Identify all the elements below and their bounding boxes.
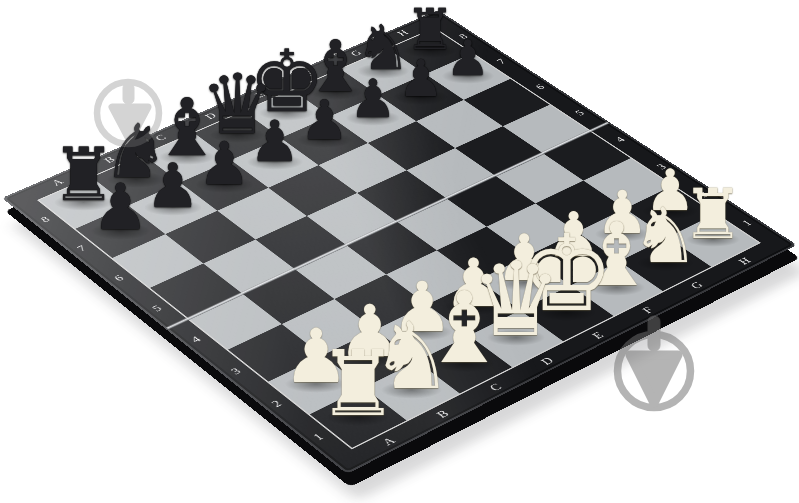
piece-black-pawn-f7: ♟ xyxy=(320,73,426,126)
piece-white-pawn-d2: ♟ xyxy=(407,250,540,316)
piece-black-knight-b8: ♞ xyxy=(61,115,210,190)
file-label-far-e: E xyxy=(253,90,268,99)
file-label-far-f: F xyxy=(301,70,315,78)
piece-shadow xyxy=(495,274,554,291)
piece-black-queen-d8: ♛ xyxy=(154,63,320,146)
piece-shadow xyxy=(345,110,401,126)
square-h2 xyxy=(625,186,715,238)
square-c5 xyxy=(256,216,347,269)
board-drop-shadow-shape xyxy=(12,37,799,501)
file-label-near-f: F xyxy=(640,305,656,315)
square-c7 xyxy=(180,160,268,211)
piece-shadow xyxy=(308,84,364,100)
rank-label-left-3: 3 xyxy=(228,366,243,376)
square-a7 xyxy=(75,205,165,258)
piece-white-king-e1: ♚ xyxy=(461,221,673,327)
square-h1 xyxy=(668,214,759,267)
rank-label-left-8: 8 xyxy=(38,215,52,224)
square-d4 xyxy=(346,221,437,274)
piece-black-rook-a8: ♜ xyxy=(11,139,157,212)
square-h7 xyxy=(425,53,510,99)
square-e2 xyxy=(478,256,570,311)
square-b7 xyxy=(128,183,217,235)
piece-white-pawn-f2: ♟ xyxy=(512,205,635,267)
square-b8 xyxy=(92,155,180,205)
square-f7 xyxy=(330,95,416,143)
rank-label-right-2: 2 xyxy=(696,190,711,199)
piece-shadow xyxy=(434,355,496,372)
piece-black-pawn-c7: ♟ xyxy=(165,134,283,193)
file-label-far-d: D xyxy=(203,111,219,121)
rank-label-right-6: 6 xyxy=(533,83,547,91)
piece-shadow xyxy=(158,149,217,166)
piece-shadow xyxy=(246,154,304,170)
square-g2 xyxy=(577,209,668,262)
square-b3 xyxy=(282,299,375,355)
piece-shadow xyxy=(90,222,151,239)
square-g6 xyxy=(416,100,503,148)
piece-shadow xyxy=(356,63,411,78)
piece-shadow xyxy=(642,203,698,219)
square-g8 xyxy=(341,49,426,95)
piece-white-pawn-h2: ♟ xyxy=(613,162,727,219)
piece-shadow xyxy=(403,43,457,58)
board-side-edge-shape xyxy=(5,23,799,487)
piece-shadow xyxy=(637,255,694,271)
rank-label-left-7: 7 xyxy=(75,244,89,253)
square-g4 xyxy=(495,153,584,203)
square-f2 xyxy=(528,232,619,286)
square-a4 xyxy=(189,293,282,349)
square-b6 xyxy=(165,211,255,264)
square-b2 xyxy=(322,330,417,388)
square-d5 xyxy=(307,193,397,245)
file-label-near-b: B xyxy=(434,408,452,420)
square-e3 xyxy=(437,227,528,280)
rank-label-left-5: 5 xyxy=(150,304,165,314)
square-e8 xyxy=(244,90,330,138)
piece-black-pawn-a7: ♟ xyxy=(57,176,185,240)
piece-white-queen-d1: ♛ xyxy=(413,249,618,352)
piece-shadow xyxy=(587,279,645,296)
board-frame: AABBCCDDEEFFGGHH1122334455667788 xyxy=(2,10,797,474)
piece-white-pawn-b2: ♟ xyxy=(298,296,441,368)
board-drop-shadow xyxy=(10,27,799,503)
square-g1 xyxy=(619,237,711,291)
square-f8 xyxy=(293,69,378,116)
piece-white-pawn-g2: ♟ xyxy=(563,183,682,242)
square-e5 xyxy=(357,170,446,221)
rank-label-right-4: 4 xyxy=(613,135,628,144)
file-label-far-a: A xyxy=(50,177,66,187)
rank-label-right-7: 7 xyxy=(494,57,508,65)
file-label-near-h: H xyxy=(736,256,754,267)
square-d1 xyxy=(469,310,563,367)
file-label-far-c: C xyxy=(153,133,169,142)
piece-white-pawn-e2: ♟ xyxy=(460,227,588,291)
piece-shadow xyxy=(444,298,504,315)
piece-shadow xyxy=(486,329,547,346)
piece-black-pawn-g7: ♟ xyxy=(370,53,472,104)
square-e6 xyxy=(319,143,407,193)
piece-shadow xyxy=(53,194,114,211)
square-d6 xyxy=(268,165,357,216)
square-c2 xyxy=(375,305,469,362)
rank-label-right-8: 8 xyxy=(457,32,471,40)
piece-shadow xyxy=(545,250,603,266)
square-e7 xyxy=(281,116,368,165)
square-b5 xyxy=(203,240,294,294)
piece-black-bishop-f8: ♝ xyxy=(264,31,406,102)
store-logo-watermark-icon xyxy=(618,316,691,408)
piece-shadow xyxy=(391,323,452,340)
product-photo-chess-set: AABBCCDDEEFFGGHH1122334455667788 ♜♞♝♛♚♝♞… xyxy=(0,0,799,503)
file-label-far-g: G xyxy=(348,49,364,58)
square-a8 xyxy=(39,177,128,228)
rank-label-right-1: 1 xyxy=(740,218,755,227)
square-f5 xyxy=(407,148,495,198)
square-d2 xyxy=(427,280,520,336)
square-a5 xyxy=(150,263,242,318)
board-side-edge xyxy=(3,13,799,503)
square-g7 xyxy=(378,74,464,121)
square-f4 xyxy=(446,175,535,226)
piece-shadow xyxy=(258,105,315,121)
piece-shadow xyxy=(594,226,651,242)
rank-label-left-6: 6 xyxy=(112,273,127,283)
piece-black-pawn-b7: ♟ xyxy=(111,155,234,216)
pieces-layer: ♜♞♝♛♚♝♞♜♟♟♟♟♟♟♟♟♟♟♟♟♟♟♟♟♜♞♝♛♚♝♞♜ xyxy=(0,0,799,503)
piece-shadow xyxy=(143,199,203,216)
watermarks-overlay xyxy=(0,0,799,503)
square-c8 xyxy=(143,133,230,183)
rank-label-right-5: 5 xyxy=(573,109,587,117)
file-label-near-g: G xyxy=(688,280,706,291)
square-f1 xyxy=(570,261,663,316)
piece-shadow xyxy=(106,171,166,188)
file-label-near-d: D xyxy=(538,356,556,367)
piece-black-bishop-c8: ♝ xyxy=(108,88,267,167)
piece-black-rook-h8: ♜ xyxy=(374,2,487,58)
square-c3 xyxy=(334,274,427,329)
square-g5 xyxy=(455,126,543,175)
piece-shadow xyxy=(326,408,390,426)
square-h6 xyxy=(464,79,550,126)
rank-label-left-2: 2 xyxy=(269,399,285,410)
piece-shadow xyxy=(284,375,348,393)
square-g3 xyxy=(535,181,625,232)
file-label-far-b: B xyxy=(102,155,118,165)
file-label-far-h: H xyxy=(395,29,411,38)
square-h8 xyxy=(388,29,472,74)
piece-white-rook-a1: ♜ xyxy=(268,339,449,430)
square-d8 xyxy=(194,111,281,160)
square-h4 xyxy=(543,131,631,180)
file-label-near-e: E xyxy=(590,330,607,341)
square-d3 xyxy=(386,250,478,304)
chessboard: AABBCCDDEEFFGGHH1122334455667788 xyxy=(0,0,799,503)
square-f3 xyxy=(487,203,577,255)
piece-white-pawn-c2: ♟ xyxy=(353,273,491,342)
square-c4 xyxy=(295,245,387,299)
square-c1 xyxy=(417,336,512,394)
piece-shadow xyxy=(393,89,448,105)
fold-seam xyxy=(166,122,610,330)
piece-shadow xyxy=(380,381,443,399)
square-h5 xyxy=(503,105,590,153)
piece-black-pawn-e7: ♟ xyxy=(269,93,379,148)
piece-black-king-e8: ♚ xyxy=(201,39,372,125)
piece-white-knight-g1: ♞ xyxy=(589,198,742,274)
piece-white-bishop-f1: ♝ xyxy=(529,212,705,300)
piece-shadow xyxy=(296,132,353,148)
piece-shadow xyxy=(209,127,267,143)
square-a2 xyxy=(268,355,363,414)
piece-white-knight-b1: ♞ xyxy=(319,310,504,402)
piece-black-pawn-d7: ♟ xyxy=(218,113,332,170)
square-d7 xyxy=(231,138,319,188)
square-a1 xyxy=(310,388,407,448)
piece-white-pawn-a2: ♟ xyxy=(242,320,391,395)
coordinate-labels: AABBCCDDEEFFGGHH1122334455667788 xyxy=(2,10,438,198)
square-a3 xyxy=(228,324,322,382)
file-label-near-c: C xyxy=(487,382,505,393)
piece-black-knight-g8: ♞ xyxy=(321,18,445,80)
square-c6 xyxy=(217,188,306,240)
piece-shadow xyxy=(685,232,741,248)
piece-white-bishop-c1: ♝ xyxy=(366,279,563,377)
gloss-reflection xyxy=(2,10,797,474)
square-e1 xyxy=(520,286,613,342)
piece-shadow xyxy=(195,176,254,193)
piece-shadow xyxy=(537,304,596,321)
piece-black-pawn-h7: ♟ xyxy=(419,34,517,83)
store-logo-watermark-icon xyxy=(97,82,159,144)
rank-label-left-1: 1 xyxy=(311,432,327,443)
file-label-near-a: A xyxy=(380,435,398,447)
rank-label-right-3: 3 xyxy=(654,162,669,171)
square-e4 xyxy=(397,198,487,250)
piece-white-rook-h1: ♜ xyxy=(644,180,783,249)
square-h3 xyxy=(583,158,672,208)
piece-shadow xyxy=(338,349,401,367)
piece-shadow xyxy=(441,68,495,83)
rank-label-left-4: 4 xyxy=(189,335,204,345)
square-f6 xyxy=(368,121,455,170)
board-squares-grid xyxy=(37,27,761,449)
square-b1 xyxy=(364,361,460,420)
square-a6 xyxy=(112,234,203,288)
square-b4 xyxy=(242,269,334,324)
